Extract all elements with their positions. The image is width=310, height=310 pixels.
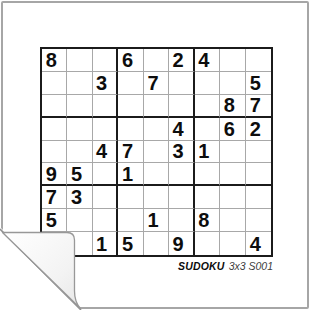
cell-r2c5[interactable]: 7 [144,72,169,95]
cell-r5c6[interactable]: 3 [169,141,194,164]
cell-r1c2[interactable] [67,49,92,72]
cell-r7c9[interactable] [246,186,271,209]
cell-r8c6[interactable] [169,209,194,232]
cell-r8c1[interactable]: 5 [42,209,67,232]
cell-r8c4[interactable] [118,209,143,232]
cell-r4c1[interactable] [42,118,67,141]
cell-r1c3[interactable] [93,49,118,72]
cell-r5c2[interactable] [67,141,92,164]
cell-r8c8[interactable] [220,209,245,232]
cell-r6c5[interactable] [144,163,169,186]
cell-r2c4[interactable] [118,72,143,95]
cell-r6c6[interactable] [169,163,194,186]
cell-r5c8[interactable] [220,141,245,164]
cell-r3c2[interactable] [67,95,92,118]
cell-r9c7[interactable] [195,232,220,255]
cell-r6c8[interactable] [220,163,245,186]
cell-r9c4[interactable]: 5 [118,232,143,255]
cell-r4c8[interactable]: 6 [220,118,245,141]
cell-r4c3[interactable] [93,118,118,141]
cell-r4c6[interactable]: 4 [169,118,194,141]
cell-r7c5[interactable] [144,186,169,209]
cell-r9c8[interactable] [220,232,245,255]
cell-r2c1[interactable] [42,72,67,95]
cell-r4c7[interactable] [195,118,220,141]
cell-r4c9[interactable]: 2 [246,118,271,141]
cell-r5c7[interactable]: 1 [195,141,220,164]
cell-r7c1[interactable]: 7 [42,186,67,209]
cell-r5c3[interactable]: 4 [93,141,118,164]
cell-r2c7[interactable] [195,72,220,95]
cell-r3c9[interactable]: 7 [246,95,271,118]
cell-r1c8[interactable] [220,49,245,72]
cell-r2c3[interactable]: 3 [93,72,118,95]
cell-r3c5[interactable] [144,95,169,118]
cell-r3c4[interactable] [118,95,143,118]
cell-r1c7[interactable]: 4 [195,49,220,72]
cell-r9c5[interactable] [144,232,169,255]
cell-r8c7[interactable]: 8 [195,209,220,232]
cell-r9c9[interactable]: 4 [246,232,271,255]
cell-r8c5[interactable]: 1 [144,209,169,232]
cell-r6c7[interactable] [195,163,220,186]
cell-r5c4[interactable]: 7 [118,141,143,164]
puzzle-caption: SUDOKU3x3 S001 [40,260,273,272]
cell-r1c1[interactable]: 8 [42,49,67,72]
cell-r4c4[interactable] [118,118,143,141]
cell-r3c7[interactable] [195,95,220,118]
cell-r7c4[interactable] [118,186,143,209]
caption-code: 3x3 S001 [229,260,273,272]
cell-r6c3[interactable] [93,163,118,186]
cell-r3c1[interactable] [42,95,67,118]
sudoku-sheet: 8624375874624731951735181594 SUDOKU3x3 S… [0,0,310,310]
note-page: 8624375874624731951735181594 SUDOKU3x3 S… [1,1,309,309]
sudoku-grid: 8624375874624731951735181594 [40,47,273,257]
cell-r7c3[interactable] [93,186,118,209]
cell-r4c2[interactable] [67,118,92,141]
cell-r7c2[interactable]: 3 [67,186,92,209]
cell-r8c2[interactable] [67,209,92,232]
cell-r1c4[interactable]: 6 [118,49,143,72]
cell-r2c9[interactable]: 5 [246,72,271,95]
cell-r6c1[interactable]: 9 [42,163,67,186]
cell-r6c4[interactable]: 1 [118,163,143,186]
cell-r8c9[interactable] [246,209,271,232]
cell-r2c2[interactable] [67,72,92,95]
cell-r6c2[interactable]: 5 [67,163,92,186]
caption-brand: SUDOKU [178,260,225,272]
cell-r1c6[interactable]: 2 [169,49,194,72]
cell-r3c6[interactable] [169,95,194,118]
cell-r9c3[interactable]: 1 [93,232,118,255]
cell-r7c8[interactable] [220,186,245,209]
cell-r4c5[interactable] [144,118,169,141]
cell-r2c8[interactable] [220,72,245,95]
cell-r1c5[interactable] [144,49,169,72]
cell-r7c6[interactable] [169,186,194,209]
cell-r2c6[interactable] [169,72,194,95]
cell-r8c3[interactable] [93,209,118,232]
cell-r3c8[interactable]: 8 [220,95,245,118]
cell-r9c1[interactable] [42,232,67,255]
cell-r7c7[interactable] [195,186,220,209]
cell-r5c1[interactable] [42,141,67,164]
cell-r1c9[interactable] [246,49,271,72]
cell-r9c2[interactable] [67,232,92,255]
cell-r3c3[interactable] [93,95,118,118]
cell-r9c6[interactable]: 9 [169,232,194,255]
cell-r5c9[interactable] [246,141,271,164]
cell-r5c5[interactable] [144,141,169,164]
cell-r6c9[interactable] [246,163,271,186]
